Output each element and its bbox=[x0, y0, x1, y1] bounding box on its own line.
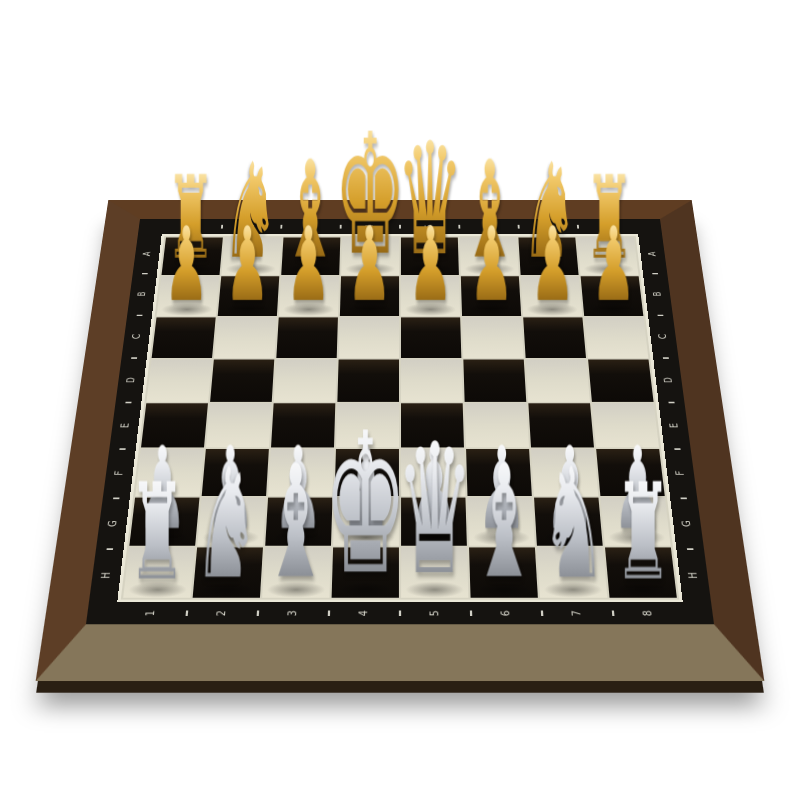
square-H8[interactable]: ♜ bbox=[605, 547, 677, 598]
square-C3[interactable] bbox=[276, 317, 338, 358]
square-D5[interactable] bbox=[401, 359, 463, 401]
silver-bishop[interactable]: ♝ bbox=[470, 448, 538, 596]
rank-label-right-C: C bbox=[648, 315, 679, 358]
rank-label-right-B: B bbox=[643, 274, 673, 315]
square-B3[interactable]: ♟ bbox=[279, 277, 339, 316]
strip-corner bbox=[86, 602, 117, 624]
coordinate-label: A bbox=[648, 252, 658, 256]
chess-board: 12345678 ABCDEFGH ♜♞♝♚♛♝♞♜♟♟♟♟♟♟♟♟♟♟♟♟♟♟… bbox=[36, 200, 765, 681]
coordinate-label: G bbox=[107, 520, 118, 527]
coordinate-label: 8 bbox=[643, 610, 655, 616]
rank-label-right-E: E bbox=[659, 403, 691, 450]
silver-rook[interactable]: ♜ bbox=[614, 469, 672, 596]
coordinate-label: F bbox=[114, 471, 125, 476]
square-C1[interactable] bbox=[152, 317, 216, 358]
coordinate-label: 6 bbox=[484, 225, 493, 229]
square-C4[interactable] bbox=[339, 317, 399, 358]
file-label-bottom-4: 4 bbox=[329, 602, 400, 624]
coordinate-label: 1 bbox=[188, 225, 198, 229]
square-B2[interactable]: ♟ bbox=[218, 277, 280, 316]
rank-label-right-H: H bbox=[676, 549, 711, 602]
gold-pawn[interactable]: ♟ bbox=[591, 217, 636, 314]
file-label-bottom-5: 5 bbox=[400, 602, 471, 624]
square-H1[interactable]: ♜ bbox=[123, 547, 195, 598]
square-H3[interactable]: ♝ bbox=[262, 547, 331, 598]
coordinate-label: 3 bbox=[306, 225, 315, 229]
file-label-bottom-3: 3 bbox=[257, 602, 329, 624]
square-B7[interactable]: ♟ bbox=[521, 277, 583, 316]
gold-pawn[interactable]: ♟ bbox=[408, 217, 453, 314]
square-H7[interactable]: ♞ bbox=[537, 547, 607, 598]
coordinate-label: 1 bbox=[146, 610, 158, 616]
strip-corner bbox=[138, 219, 164, 234]
coordinate-label: 2 bbox=[247, 225, 256, 229]
square-B8[interactable]: ♟ bbox=[581, 277, 644, 316]
gold-pawn[interactable]: ♟ bbox=[469, 217, 514, 314]
silver-knight[interactable]: ♞ bbox=[193, 451, 259, 596]
strip-corner bbox=[636, 219, 662, 234]
coordinate-label: 4 bbox=[359, 610, 370, 616]
square-D2[interactable] bbox=[210, 359, 274, 401]
square-H5[interactable]: ♛ bbox=[401, 547, 468, 598]
gold-pawn[interactable]: ♟ bbox=[225, 217, 270, 314]
square-H6[interactable]: ♝ bbox=[469, 547, 538, 598]
file-label-bottom-1: 1 bbox=[115, 602, 188, 624]
square-C7[interactable] bbox=[523, 317, 586, 358]
square-B1[interactable]: ♟ bbox=[157, 277, 220, 316]
coordinate-label: C bbox=[132, 334, 142, 339]
square-B4[interactable]: ♟ bbox=[340, 277, 399, 316]
square-D6[interactable] bbox=[463, 359, 526, 401]
coordinate-label: 2 bbox=[217, 610, 228, 616]
silver-rook[interactable]: ♜ bbox=[128, 469, 186, 596]
coordinate-label: 4 bbox=[366, 225, 375, 229]
square-D8[interactable] bbox=[588, 359, 653, 401]
coordinate-label: H bbox=[688, 572, 700, 579]
coordinate-label: E bbox=[669, 423, 680, 428]
rank-label-right-G: G bbox=[670, 498, 704, 549]
coordinate-label: E bbox=[120, 423, 131, 428]
coordinate-label: 5 bbox=[430, 610, 441, 616]
silver-queen[interactable]: ♛ bbox=[396, 425, 474, 596]
file-strip-bottom: 12345678 bbox=[115, 602, 686, 624]
gold-pawn[interactable]: ♟ bbox=[347, 217, 392, 314]
silver-knight[interactable]: ♞ bbox=[540, 451, 606, 596]
file-label-bottom-8: 8 bbox=[612, 602, 685, 624]
board-grid: ♜♞♝♚♛♝♞♜♟♟♟♟♟♟♟♟♟♟♟♟♟♟♟♟♜♞♝♚♛♝♞♜ bbox=[121, 236, 679, 599]
gold-pawn[interactable]: ♟ bbox=[286, 217, 331, 314]
square-B5[interactable]: ♟ bbox=[401, 277, 460, 316]
rank-label-right-D: D bbox=[653, 358, 684, 403]
coordinate-label: B bbox=[137, 292, 147, 297]
gold-pawn[interactable]: ♟ bbox=[530, 217, 575, 314]
silver-bishop[interactable]: ♝ bbox=[262, 448, 330, 596]
file-label-bottom-6: 6 bbox=[471, 602, 543, 624]
square-D7[interactable] bbox=[526, 359, 590, 401]
coordinate-label: D bbox=[663, 377, 674, 383]
square-B6[interactable]: ♟ bbox=[461, 277, 521, 316]
coordinate-label: 7 bbox=[572, 610, 583, 616]
square-C6[interactable] bbox=[462, 317, 524, 358]
coordinate-label: 7 bbox=[544, 225, 553, 229]
coordinate-label: G bbox=[681, 520, 692, 527]
playfield: ♜♞♝♚♛♝♞♜♟♟♟♟♟♟♟♟♟♟♟♟♟♟♟♟♜♞♝♚♛♝♞♜ bbox=[117, 234, 683, 602]
coordinate-label: 5 bbox=[425, 225, 434, 229]
square-C2[interactable] bbox=[214, 317, 277, 358]
square-D1[interactable] bbox=[146, 359, 211, 401]
coordinate-label: F bbox=[675, 471, 686, 476]
strip-corner bbox=[683, 602, 714, 624]
gold-pawn[interactable]: ♟ bbox=[164, 217, 209, 314]
coordinate-label: 6 bbox=[501, 610, 512, 616]
square-H2[interactable]: ♞ bbox=[193, 547, 263, 598]
coordinate-label: 8 bbox=[603, 225, 613, 229]
square-H4[interactable]: ♚ bbox=[332, 547, 399, 598]
board-surface: 12345678 ABCDEFGH ♜♞♝♚♛♝♞♜♟♟♟♟♟♟♟♟♟♟♟♟♟♟… bbox=[86, 219, 714, 624]
coordinate-label: C bbox=[658, 334, 668, 339]
coordinate-label: 3 bbox=[288, 610, 299, 616]
file-label-bottom-2: 2 bbox=[186, 602, 259, 624]
coordinate-label: H bbox=[101, 572, 113, 579]
square-C5[interactable] bbox=[401, 317, 461, 358]
chess-set-photo: 12345678 ABCDEFGH ♜♞♝♚♛♝♞♜♟♟♟♟♟♟♟♟♟♟♟♟♟♟… bbox=[0, 0, 800, 800]
wooden-frame: 12345678 ABCDEFGH ♜♞♝♚♛♝♞♜♟♟♟♟♟♟♟♟♟♟♟♟♟♟… bbox=[36, 200, 765, 681]
file-label-bottom-7: 7 bbox=[541, 602, 614, 624]
rank-label-left-H: H bbox=[89, 549, 124, 602]
coordinate-label: D bbox=[126, 377, 137, 383]
square-C8[interactable] bbox=[584, 317, 648, 358]
coordinate-label: A bbox=[142, 252, 152, 256]
rank-label-right-A: A bbox=[638, 234, 667, 274]
coordinate-label: B bbox=[653, 292, 663, 297]
